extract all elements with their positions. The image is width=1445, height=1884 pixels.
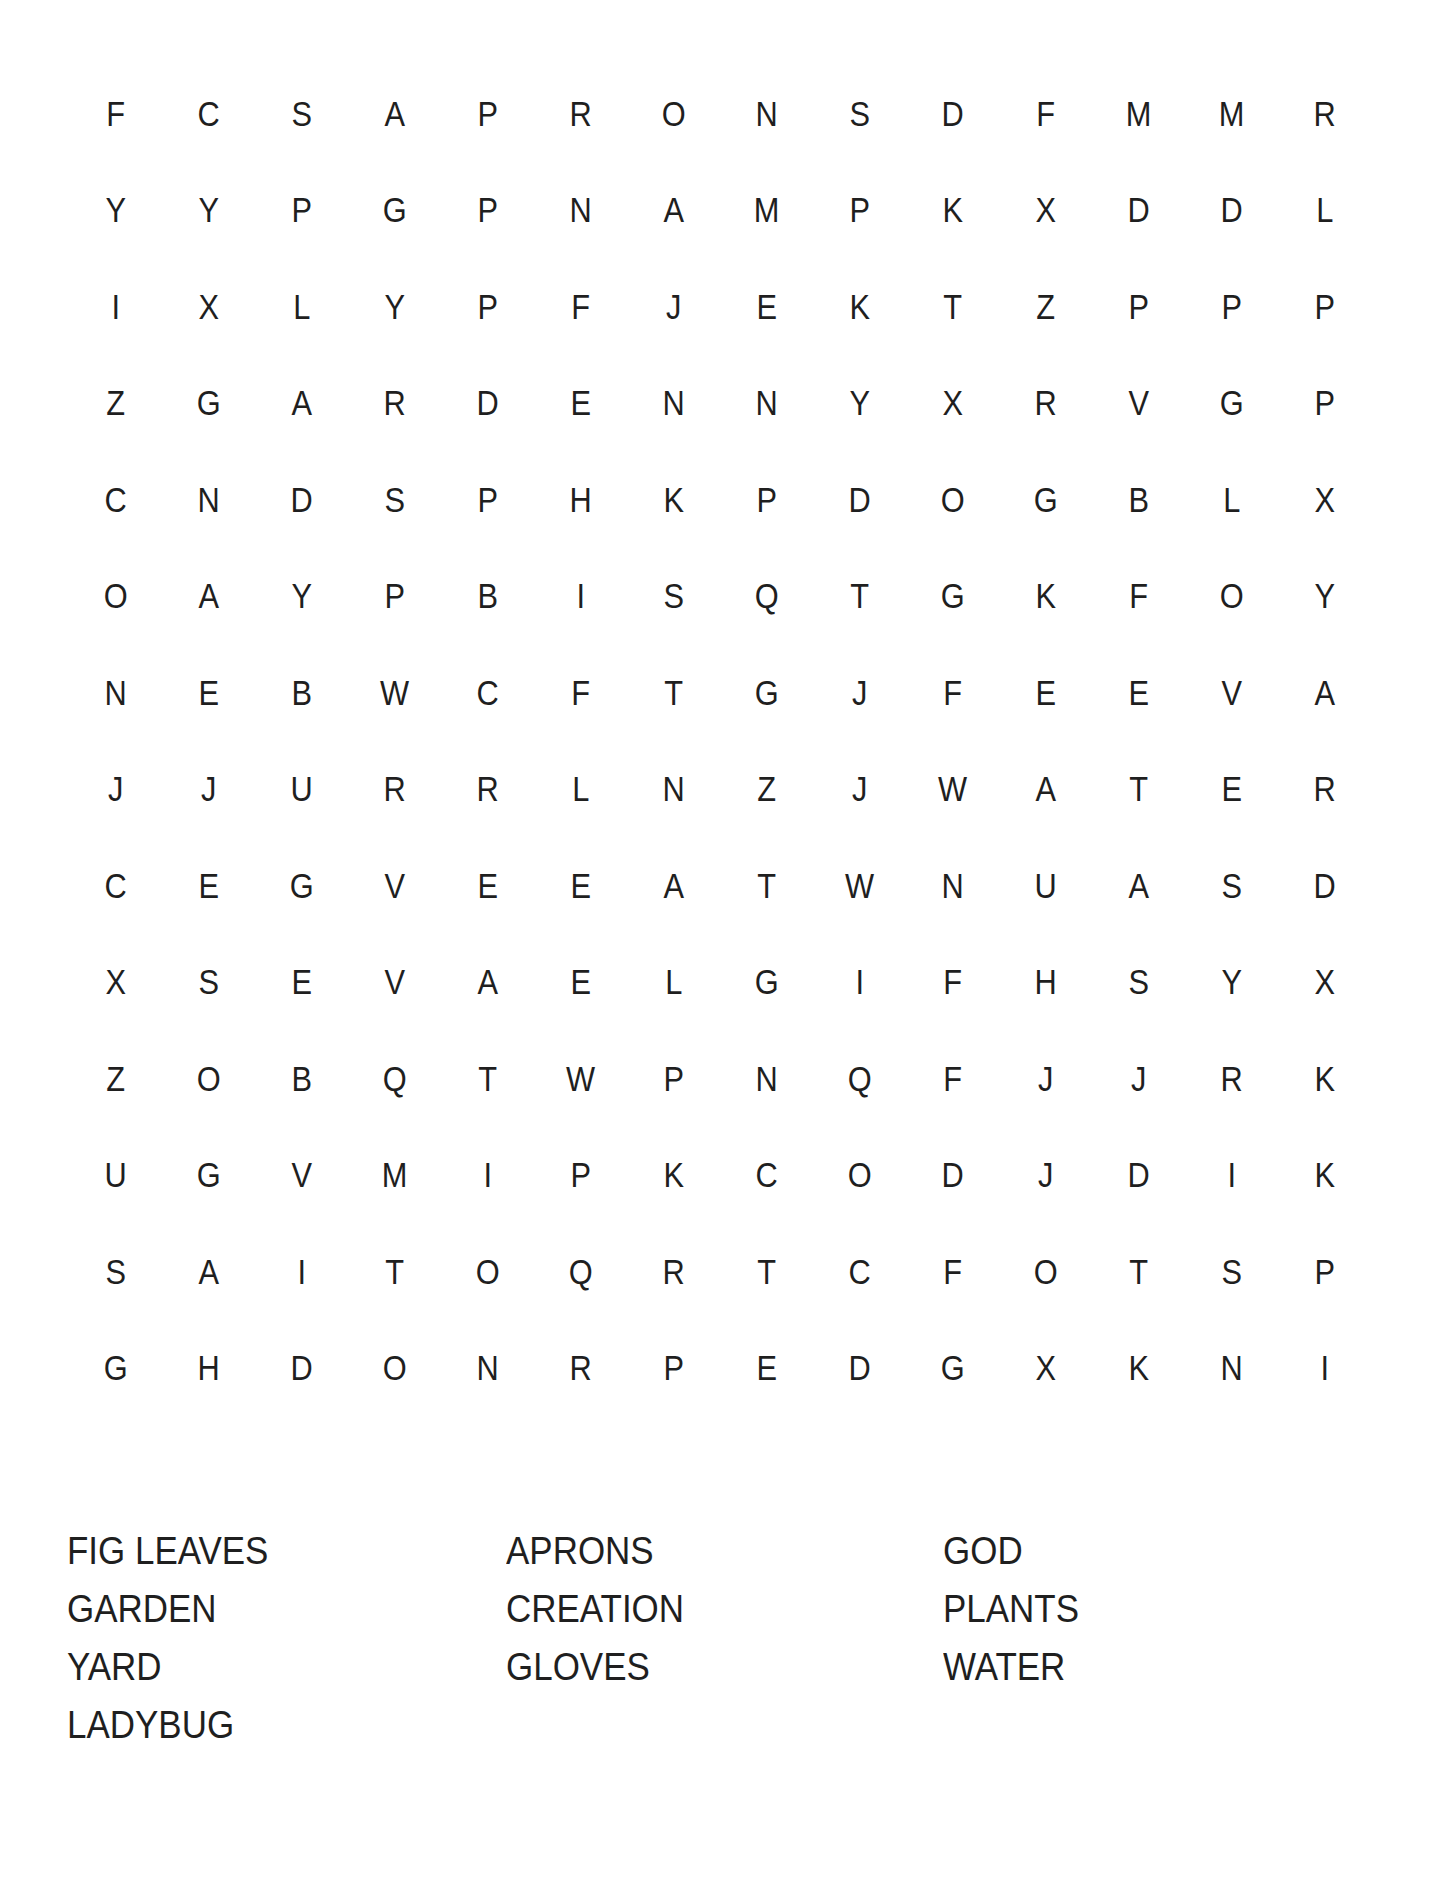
grid-letter: Q (848, 1061, 872, 1096)
grid-cell[interactable]: H (534, 451, 627, 548)
grid-cell[interactable]: R (534, 1320, 627, 1417)
grid-cell[interactable]: N (162, 451, 255, 548)
grid-cell[interactable]: P (1278, 1223, 1371, 1320)
grid-cell[interactable]: Y (813, 355, 906, 452)
grid-letter: G (383, 192, 407, 227)
word-list-item: WATER (943, 1638, 1079, 1696)
grid-letter: W (845, 868, 874, 903)
grid-letter: R (569, 96, 591, 131)
grid-cell[interactable]: A (627, 837, 720, 934)
grid-cell[interactable]: V (348, 837, 441, 934)
grid-cell[interactable]: C (69, 451, 162, 548)
grid-letter: D (1127, 1157, 1149, 1192)
grid-cell[interactable]: N (441, 1320, 534, 1417)
grid-cell[interactable]: Z (69, 1030, 162, 1127)
grid-letter: U (1034, 868, 1056, 903)
grid-cell[interactable]: G (162, 355, 255, 452)
grid-cell[interactable]: I (255, 1223, 348, 1320)
grid-cell[interactable]: M (1185, 65, 1278, 162)
grid-cell[interactable]: N (720, 355, 813, 452)
grid-cell[interactable]: I (441, 1127, 534, 1224)
grid-cell[interactable]: V (1185, 644, 1278, 741)
grid-letter: E (756, 289, 777, 324)
grid-letter: I (1320, 1350, 1329, 1385)
grid-letter: Z (106, 385, 125, 420)
grid-cell[interactable]: J (69, 741, 162, 838)
grid-cell[interactable]: R (627, 1223, 720, 1320)
grid-letter: E (570, 868, 591, 903)
grid-cell[interactable]: O (441, 1223, 534, 1320)
grid-cell[interactable]: P (813, 162, 906, 259)
grid-cell[interactable]: E (534, 837, 627, 934)
grid-letter: C (197, 96, 219, 131)
grid-cell[interactable]: W (906, 741, 999, 838)
grid-cell[interactable]: T (720, 1223, 813, 1320)
grid-cell[interactable]: Q (348, 1030, 441, 1127)
grid-letter: X (942, 385, 963, 420)
grid-letter: L (1223, 482, 1240, 517)
grid-letter: J (201, 771, 216, 806)
grid-cell[interactable]: X (162, 258, 255, 355)
grid-letter: A (663, 192, 684, 227)
grid-cell[interactable]: A (162, 1223, 255, 1320)
grid-letter: U (290, 771, 312, 806)
grid-cell[interactable]: E (999, 644, 1092, 741)
word-list: FIG LEAVESGARDENYARDLADYBUG APRONSCREATI… (0, 1522, 1445, 1802)
grid-letter: R (476, 771, 498, 806)
grid-cell[interactable]: S (255, 65, 348, 162)
grid-letter: N (755, 385, 777, 420)
grid-letter: F (943, 1061, 962, 1096)
grid-cell[interactable]: Q (813, 1030, 906, 1127)
grid-letter: R (1034, 385, 1056, 420)
grid-letter: T (943, 289, 962, 324)
grid-cell[interactable]: E (162, 837, 255, 934)
grid-cell[interactable]: A (255, 355, 348, 452)
grid-letter: D (290, 1350, 312, 1385)
grid-cell[interactable]: S (627, 548, 720, 645)
grid-cell[interactable]: L (1185, 451, 1278, 548)
grid-cell[interactable]: T (441, 1030, 534, 1127)
grid-cell[interactable]: P (720, 451, 813, 548)
grid-cell[interactable]: D (1278, 837, 1371, 934)
grid-letter: X (105, 964, 126, 999)
grid-cell[interactable]: D (255, 1320, 348, 1417)
grid-cell[interactable]: E (255, 934, 348, 1031)
grid-letter: L (293, 289, 310, 324)
grid-cell[interactable]: L (534, 741, 627, 838)
grid-letter: E (477, 868, 498, 903)
grid-cell[interactable]: N (69, 644, 162, 741)
word-search-grid[interactable]: FCSAPRONSDFMMRYYPGPNAMPKXDDLIXLYPFJEKTZP… (69, 65, 1371, 1416)
grid-cell[interactable]: J (1092, 1030, 1185, 1127)
word-list-item: CREATION (506, 1580, 684, 1638)
grid-cell[interactable]: A (999, 741, 1092, 838)
grid-cell[interactable]: F (906, 1223, 999, 1320)
grid-cell[interactable]: Y (69, 162, 162, 259)
grid-letter: F (1036, 96, 1055, 131)
grid-cell[interactable]: R (348, 741, 441, 838)
grid-letter: P (1128, 289, 1149, 324)
grid-cell[interactable]: F (999, 65, 1092, 162)
grid-cell[interactable]: Y (1185, 934, 1278, 1031)
grid-letter: K (942, 192, 963, 227)
grid-cell[interactable]: E (534, 934, 627, 1031)
grid-cell[interactable]: D (906, 1127, 999, 1224)
grid-cell[interactable]: E (534, 355, 627, 452)
grid-cell[interactable]: T (627, 644, 720, 741)
grid-cell[interactable]: X (999, 1320, 1092, 1417)
grid-letter: Q (569, 1254, 593, 1289)
grid-cell[interactable]: W (813, 837, 906, 934)
grid-letter: F (106, 96, 125, 131)
grid-cell[interactable]: J (162, 741, 255, 838)
grid-cell[interactable]: E (720, 1320, 813, 1417)
grid-cell[interactable]: P (1278, 258, 1371, 355)
grid-cell[interactable]: O (348, 1320, 441, 1417)
grid-letter: I (483, 1157, 492, 1192)
grid-letter: V (1128, 385, 1149, 420)
grid-cell[interactable]: I (1185, 1127, 1278, 1224)
grid-cell[interactable]: N (906, 837, 999, 934)
grid-letter: F (943, 1254, 962, 1289)
grid-cell[interactable]: O (813, 1127, 906, 1224)
grid-letter: P (1314, 385, 1335, 420)
grid-cell[interactable]: L (255, 258, 348, 355)
grid-cell[interactable]: W (348, 644, 441, 741)
grid-letter: Q (383, 1061, 407, 1096)
grid-cell[interactable]: P (534, 1127, 627, 1224)
grid-cell[interactable]: P (441, 258, 534, 355)
grid-cell[interactable]: X (999, 162, 1092, 259)
grid-cell[interactable]: K (1278, 1030, 1371, 1127)
grid-letter: Y (849, 385, 870, 420)
grid-letter: O (197, 1061, 221, 1096)
grid-cell[interactable]: K (999, 548, 1092, 645)
grid-cell[interactable]: X (69, 934, 162, 1031)
grid-cell[interactable]: K (627, 1127, 720, 1224)
grid-letter: F (943, 964, 962, 999)
grid-cell[interactable]: F (534, 644, 627, 741)
grid-cell[interactable]: R (999, 355, 1092, 452)
grid-cell[interactable]: G (906, 1320, 999, 1417)
grid-cell[interactable]: G (348, 162, 441, 259)
grid-letter: R (1313, 96, 1335, 131)
grid-letter: I (576, 578, 585, 613)
grid-letter: D (848, 482, 870, 517)
grid-cell[interactable]: N (627, 741, 720, 838)
grid-cell[interactable]: X (1278, 934, 1371, 1031)
grid-cell[interactable]: L (627, 934, 720, 1031)
grid-cell[interactable]: O (162, 1030, 255, 1127)
grid-cell[interactable]: H (999, 934, 1092, 1031)
grid-cell[interactable]: T (906, 258, 999, 355)
grid-cell[interactable]: E (441, 837, 534, 934)
grid-cell[interactable]: U (999, 837, 1092, 934)
grid-letter: W (380, 675, 409, 710)
grid-cell[interactable]: V (348, 934, 441, 1031)
grid-cell[interactable]: G (720, 934, 813, 1031)
grid-cell[interactable]: D (1092, 162, 1185, 259)
grid-cell[interactable]: K (813, 258, 906, 355)
grid-cell[interactable]: V (1092, 355, 1185, 452)
grid-cell[interactable]: U (69, 1127, 162, 1224)
grid-cell[interactable]: C (441, 644, 534, 741)
grid-letter: G (290, 868, 314, 903)
grid-cell[interactable]: E (1092, 644, 1185, 741)
grid-letter: P (849, 192, 870, 227)
grid-cell[interactable]: I (813, 934, 906, 1031)
grid-cell[interactable]: P (627, 1320, 720, 1417)
grid-cell[interactable]: Y (1278, 548, 1371, 645)
grid-cell[interactable]: V (255, 1127, 348, 1224)
grid-cell[interactable]: T (348, 1223, 441, 1320)
grid-cell[interactable]: G (720, 644, 813, 741)
grid-cell[interactable]: J (627, 258, 720, 355)
grid-cell[interactable]: Y (162, 162, 255, 259)
grid-cell[interactable]: A (627, 162, 720, 259)
grid-cell[interactable]: A (1092, 837, 1185, 934)
grid-letter: G (755, 675, 779, 710)
grid-cell[interactable]: D (441, 355, 534, 452)
grid-cell[interactable]: S (69, 1223, 162, 1320)
grid-cell[interactable]: U (255, 741, 348, 838)
grid-cell[interactable]: P (348, 548, 441, 645)
grid-letter: N (104, 675, 126, 710)
grid-cell[interactable]: T (813, 548, 906, 645)
grid-letter: I (297, 1254, 306, 1289)
grid-cell[interactable]: C (69, 837, 162, 934)
grid-letter: M (1219, 96, 1245, 131)
grid-cell[interactable]: N (534, 162, 627, 259)
grid-cell[interactable]: G (906, 548, 999, 645)
grid-cell[interactable]: D (813, 451, 906, 548)
grid-letter: A (291, 385, 312, 420)
word-list-column-1: FIG LEAVESGARDENYARDLADYBUG (67, 1522, 286, 1754)
grid-cell[interactable]: F (69, 65, 162, 162)
grid-letter: S (1221, 868, 1242, 903)
grid-letter: C (476, 675, 498, 710)
grid-cell[interactable]: R (348, 355, 441, 452)
grid-letter: I (855, 964, 864, 999)
grid-cell[interactable]: S (162, 934, 255, 1031)
grid-cell[interactable]: N (1185, 1320, 1278, 1417)
grid-cell[interactable]: G (255, 837, 348, 934)
word-list-item: GLOVES (506, 1638, 684, 1696)
grid-letter: E (756, 1350, 777, 1385)
grid-cell[interactable]: G (999, 451, 1092, 548)
grid-letter: S (384, 482, 405, 517)
grid-cell[interactable]: T (1092, 1223, 1185, 1320)
grid-letter: B (477, 578, 498, 613)
grid-cell[interactable]: I (69, 258, 162, 355)
grid-cell[interactable]: C (720, 1127, 813, 1224)
grid-letter: K (849, 289, 870, 324)
grid-letter: J (1038, 1061, 1053, 1096)
grid-cell[interactable]: P (627, 1030, 720, 1127)
grid-cell[interactable]: G (1185, 355, 1278, 452)
grid-cell[interactable]: K (1092, 1320, 1185, 1417)
grid-cell[interactable]: E (1185, 741, 1278, 838)
grid-letter: A (198, 578, 219, 613)
grid-cell[interactable]: F (906, 934, 999, 1031)
grid-letter: R (662, 1254, 684, 1289)
grid-letter: N (569, 192, 591, 227)
grid-letter: A (663, 868, 684, 903)
grid-cell[interactable]: P (255, 162, 348, 259)
grid-cell[interactable]: S (1185, 1223, 1278, 1320)
grid-cell[interactable]: R (1185, 1030, 1278, 1127)
grid-letter: P (477, 96, 498, 131)
grid-cell[interactable]: O (627, 65, 720, 162)
grid-cell[interactable]: T (1092, 741, 1185, 838)
grid-cell[interactable]: B (255, 644, 348, 741)
grid-letter: E (291, 964, 312, 999)
grid-cell[interactable]: H (162, 1320, 255, 1417)
grid-letter: P (663, 1350, 684, 1385)
grid-letter: O (1034, 1254, 1058, 1289)
grid-letter: E (1128, 675, 1149, 710)
grid-letter: D (941, 1157, 963, 1192)
grid-cell[interactable]: J (813, 644, 906, 741)
grid-cell[interactable]: D (1092, 1127, 1185, 1224)
grid-cell[interactable]: D (255, 451, 348, 548)
word-list-column-2: APRONSCREATIONGLOVES (506, 1522, 700, 1696)
grid-letter: J (852, 771, 867, 806)
grid-cell[interactable]: J (999, 1127, 1092, 1224)
grid-cell[interactable]: D (906, 65, 999, 162)
grid-cell[interactable]: J (999, 1030, 1092, 1127)
grid-letter: N (941, 868, 963, 903)
grid-cell[interactable]: N (627, 355, 720, 452)
grid-cell[interactable]: A (348, 65, 441, 162)
grid-cell[interactable]: M (1092, 65, 1185, 162)
grid-cell[interactable]: I (534, 548, 627, 645)
grid-cell[interactable]: O (906, 451, 999, 548)
grid-letter: K (1314, 1061, 1335, 1096)
grid-letter: P (477, 192, 498, 227)
grid-cell[interactable]: K (627, 451, 720, 548)
grid-cell[interactable]: E (720, 258, 813, 355)
grid-cell[interactable]: J (813, 741, 906, 838)
grid-cell[interactable]: Z (69, 355, 162, 452)
grid-cell[interactable]: S (813, 65, 906, 162)
grid-letter: F (943, 675, 962, 710)
grid-cell[interactable]: E (162, 644, 255, 741)
grid-cell[interactable]: G (69, 1320, 162, 1417)
grid-cell[interactable]: F (534, 258, 627, 355)
grid-cell[interactable]: C (162, 65, 255, 162)
grid-cell[interactable]: P (1278, 355, 1371, 452)
grid-cell[interactable]: R (534, 65, 627, 162)
grid-cell[interactable]: F (1092, 548, 1185, 645)
grid-letter: J (108, 771, 123, 806)
grid-cell[interactable]: Z (720, 741, 813, 838)
grid-cell[interactable]: Q (720, 548, 813, 645)
grid-cell[interactable]: D (1185, 162, 1278, 259)
grid-cell[interactable]: Y (255, 548, 348, 645)
grid-letter: G (941, 1350, 965, 1385)
grid-letter: X (198, 289, 219, 324)
grid-letter: G (941, 578, 965, 613)
grid-cell[interactable]: P (441, 451, 534, 548)
grid-letter: G (1220, 385, 1244, 420)
grid-letter: M (1126, 96, 1152, 131)
grid-cell[interactable]: S (1185, 837, 1278, 934)
grid-cell[interactable]: Z (999, 258, 1092, 355)
grid-letter: G (197, 1157, 221, 1192)
grid-cell[interactable]: Y (348, 258, 441, 355)
grid-cell[interactable]: X (906, 355, 999, 452)
grid-letter: S (1221, 1254, 1242, 1289)
grid-cell[interactable]: O (1185, 548, 1278, 645)
grid-letter: S (105, 1254, 126, 1289)
grid-cell[interactable]: F (906, 644, 999, 741)
grid-letter: R (569, 1350, 591, 1385)
grid-letter: O (1220, 578, 1244, 613)
grid-cell[interactable]: P (1092, 258, 1185, 355)
grid-cell[interactable]: P (441, 162, 534, 259)
grid-cell[interactable]: S (348, 451, 441, 548)
grid-cell[interactable]: A (162, 548, 255, 645)
grid-letter: O (848, 1157, 872, 1192)
grid-cell[interactable]: M (348, 1127, 441, 1224)
grid-letter: K (663, 1157, 684, 1192)
grid-cell[interactable]: B (255, 1030, 348, 1127)
grid-letter: P (1221, 289, 1242, 324)
grid-letter: R (383, 771, 405, 806)
grid-cell[interactable]: Q (534, 1223, 627, 1320)
grid-cell[interactable]: R (1278, 65, 1371, 162)
grid-cell[interactable]: N (720, 65, 813, 162)
grid-letter: D (476, 385, 498, 420)
grid-cell[interactable]: R (441, 741, 534, 838)
grid-cell[interactable]: P (441, 65, 534, 162)
grid-letter: E (198, 868, 219, 903)
grid-cell[interactable]: I (1278, 1320, 1371, 1417)
grid-cell[interactable]: D (813, 1320, 906, 1417)
grid-cell[interactable]: W (534, 1030, 627, 1127)
grid-cell[interactable]: A (441, 934, 534, 1031)
grid-letter: L (665, 964, 682, 999)
grid-cell[interactable]: G (162, 1127, 255, 1224)
grid-cell[interactable]: O (69, 548, 162, 645)
grid-cell[interactable]: A (1278, 644, 1371, 741)
grid-cell[interactable]: R (1278, 741, 1371, 838)
grid-cell[interactable]: O (999, 1223, 1092, 1320)
grid-letter: J (852, 675, 867, 710)
grid-cell[interactable]: L (1278, 162, 1371, 259)
grid-cell[interactable]: S (1092, 934, 1185, 1031)
grid-letter: C (104, 482, 126, 517)
grid-cell[interactable]: M (720, 162, 813, 259)
grid-cell[interactable]: P (1185, 258, 1278, 355)
grid-letter: O (104, 578, 128, 613)
grid-cell[interactable]: K (906, 162, 999, 259)
grid-letter: N (662, 385, 684, 420)
grid-cell[interactable]: T (720, 837, 813, 934)
grid-cell[interactable]: K (1278, 1127, 1371, 1224)
grid-cell[interactable]: B (441, 548, 534, 645)
word-list-item: LADYBUG (67, 1696, 268, 1754)
grid-cell[interactable]: B (1092, 451, 1185, 548)
grid-letter: X (1035, 1350, 1056, 1385)
grid-letter: V (291, 1157, 312, 1192)
grid-cell[interactable]: F (906, 1030, 999, 1127)
grid-cell[interactable]: N (720, 1030, 813, 1127)
grid-cell[interactable]: X (1278, 451, 1371, 548)
grid-cell[interactable]: C (813, 1223, 906, 1320)
